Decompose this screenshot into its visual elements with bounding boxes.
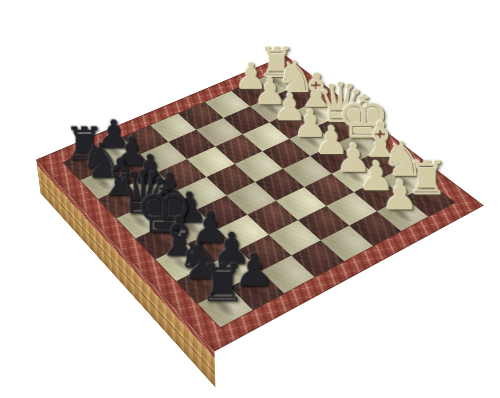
chess-board: ♜♞♝♛♚♝♞♜♟♟♟♟♟♟♟♟♟♟♟♟♟♟♟♟♜♞♝♛♚♝♞♜ <box>36 55 483 351</box>
black-piece-glyph: ♜ <box>198 257 248 309</box>
chess-set-photo: ♜♞♝♛♚♝♞♜♟♟♟♟♟♟♟♟♟♟♟♟♟♟♟♟♜♞♝♛♚♝♞♜ <box>0 0 500 398</box>
white-piece-glyph: ♟ <box>377 174 422 215</box>
